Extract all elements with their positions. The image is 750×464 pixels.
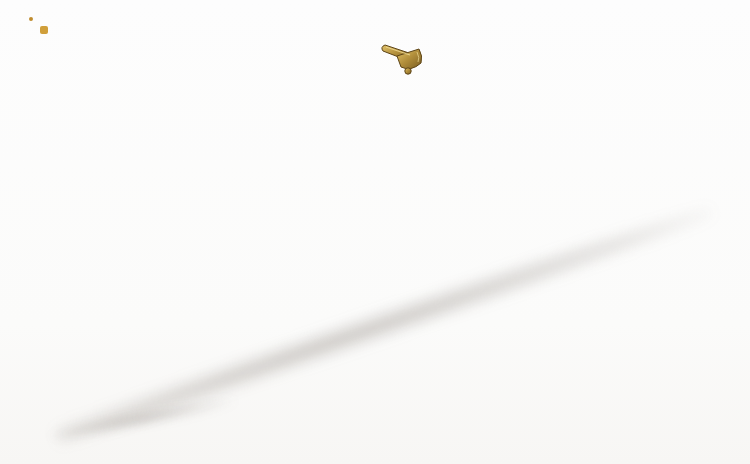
box-shadow-left [48,394,237,444]
pinstripe-outer [29,17,33,21]
photo-background [0,0,750,464]
checkerboard [52,36,612,316]
pinstripe-inner [40,26,48,34]
